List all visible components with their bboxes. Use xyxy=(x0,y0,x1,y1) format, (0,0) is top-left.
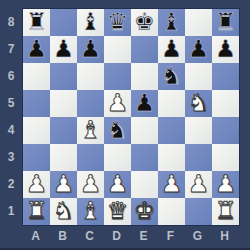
file-label-d: D xyxy=(103,226,130,246)
square-h5[interactable] xyxy=(212,90,239,117)
file-labels: ABCDEFGH xyxy=(22,226,238,246)
chess-board: ♜♝♛♚♝♜♟♟♟♟♟♟♞♟♟♞♝♞♟♟♟♟♟♟♟♜♞♝♛♚♜ xyxy=(22,8,240,226)
white-pawn-piece: ♟ xyxy=(107,171,129,198)
black-pawn-piece: ♟ xyxy=(188,36,210,63)
square-c8[interactable]: ♝ xyxy=(77,9,104,36)
square-c1[interactable]: ♝ xyxy=(77,198,104,225)
square-h8[interactable]: ♜ xyxy=(212,9,239,36)
white-rook-piece: ♜ xyxy=(26,198,48,225)
square-g5[interactable]: ♞ xyxy=(185,90,212,117)
square-g3[interactable] xyxy=(185,144,212,171)
square-c4[interactable]: ♝ xyxy=(77,117,104,144)
white-queen-piece: ♛ xyxy=(107,198,129,225)
rank-label-6: 6 xyxy=(0,62,22,89)
white-rook-piece: ♜ xyxy=(215,198,237,225)
square-f1[interactable] xyxy=(158,198,185,225)
black-king-piece: ♚ xyxy=(134,9,156,36)
black-knight-piece: ♞ xyxy=(161,63,183,90)
square-e4[interactable] xyxy=(131,117,158,144)
white-pawn-piece: ♟ xyxy=(107,90,129,117)
square-b2[interactable]: ♟ xyxy=(50,171,77,198)
white-pawn-piece: ♟ xyxy=(26,171,48,198)
square-a5[interactable] xyxy=(23,90,50,117)
black-pawn-piece: ♟ xyxy=(53,36,75,63)
black-pawn-piece: ♟ xyxy=(215,36,237,63)
square-d7[interactable] xyxy=(104,36,131,63)
square-e5[interactable]: ♟ xyxy=(131,90,158,117)
square-f2[interactable]: ♟ xyxy=(158,171,185,198)
square-g7[interactable]: ♟ xyxy=(185,36,212,63)
square-c7[interactable]: ♟ xyxy=(77,36,104,63)
square-d1[interactable]: ♛ xyxy=(104,198,131,225)
file-label-e: E xyxy=(130,226,157,246)
rank-label-7: 7 xyxy=(0,35,22,62)
square-a7[interactable]: ♟ xyxy=(23,36,50,63)
square-h3[interactable] xyxy=(212,144,239,171)
file-label-c: C xyxy=(76,226,103,246)
black-rook-piece: ♜ xyxy=(215,9,237,36)
square-g8[interactable] xyxy=(185,9,212,36)
file-label-b: B xyxy=(49,226,76,246)
white-pawn-piece: ♟ xyxy=(53,171,75,198)
white-bishop-piece: ♝ xyxy=(80,117,102,144)
square-h2[interactable]: ♟ xyxy=(212,171,239,198)
black-rook-piece: ♜ xyxy=(26,9,48,36)
square-g2[interactable]: ♟ xyxy=(185,171,212,198)
file-label-f: F xyxy=(157,226,184,246)
white-pawn-piece: ♟ xyxy=(161,171,183,198)
square-a3[interactable] xyxy=(23,144,50,171)
white-knight-piece: ♞ xyxy=(53,198,75,225)
square-d2[interactable]: ♟ xyxy=(104,171,131,198)
square-a1[interactable]: ♜ xyxy=(23,198,50,225)
black-bishop-piece: ♝ xyxy=(80,9,102,36)
square-c2[interactable]: ♟ xyxy=(77,171,104,198)
rank-label-8: 8 xyxy=(0,8,22,35)
square-d8[interactable]: ♛ xyxy=(104,9,131,36)
square-e8[interactable]: ♚ xyxy=(131,9,158,36)
square-f4[interactable] xyxy=(158,117,185,144)
square-a4[interactable] xyxy=(23,117,50,144)
white-king-piece: ♚ xyxy=(134,198,156,225)
square-d3[interactable] xyxy=(104,144,131,171)
white-pawn-piece: ♟ xyxy=(188,171,210,198)
square-e1[interactable]: ♚ xyxy=(131,198,158,225)
square-b4[interactable] xyxy=(50,117,77,144)
square-c3[interactable] xyxy=(77,144,104,171)
square-f5[interactable] xyxy=(158,90,185,117)
square-f6[interactable]: ♞ xyxy=(158,63,185,90)
file-label-h: H xyxy=(211,226,238,246)
rank-label-4: 4 xyxy=(0,116,22,143)
rank-label-1: 1 xyxy=(0,197,22,224)
square-e2[interactable] xyxy=(131,171,158,198)
square-a2[interactable]: ♟ xyxy=(23,171,50,198)
square-f7[interactable]: ♟ xyxy=(158,36,185,63)
square-b8[interactable] xyxy=(50,9,77,36)
square-d5[interactable]: ♟ xyxy=(104,90,131,117)
square-h7[interactable]: ♟ xyxy=(212,36,239,63)
square-b3[interactable] xyxy=(50,144,77,171)
square-a6[interactable] xyxy=(23,63,50,90)
square-e6[interactable] xyxy=(131,63,158,90)
square-c5[interactable] xyxy=(77,90,104,117)
square-e7[interactable] xyxy=(131,36,158,63)
square-h6[interactable] xyxy=(212,63,239,90)
rank-label-2: 2 xyxy=(0,170,22,197)
square-b5[interactable] xyxy=(50,90,77,117)
square-b6[interactable] xyxy=(50,63,77,90)
file-label-g: G xyxy=(184,226,211,246)
black-knight-piece: ♞ xyxy=(107,117,129,144)
white-pawn-piece: ♟ xyxy=(80,171,102,198)
rank-label-3: 3 xyxy=(0,143,22,170)
square-e3[interactable] xyxy=(131,144,158,171)
white-pawn-piece: ♟ xyxy=(215,171,237,198)
square-d4[interactable]: ♞ xyxy=(104,117,131,144)
black-queen-piece: ♛ xyxy=(107,9,129,36)
black-pawn-piece: ♟ xyxy=(134,90,156,117)
file-label-a: A xyxy=(22,226,49,246)
square-b7[interactable]: ♟ xyxy=(50,36,77,63)
chess-diagram: 87654321 ♜♝♛♚♝♜♟♟♟♟♟♟♞♟♟♞♝♞♟♟♟♟♟♟♟♜♞♝♛♚♜… xyxy=(0,0,250,250)
square-g1[interactable] xyxy=(185,198,212,225)
black-pawn-piece: ♟ xyxy=(26,36,48,63)
square-d6[interactable] xyxy=(104,63,131,90)
square-b1[interactable]: ♞ xyxy=(50,198,77,225)
black-pawn-piece: ♟ xyxy=(80,36,102,63)
square-f8[interactable]: ♝ xyxy=(158,9,185,36)
square-c6[interactable] xyxy=(77,63,104,90)
black-pawn-piece: ♟ xyxy=(161,36,183,63)
white-knight-piece: ♞ xyxy=(188,90,210,117)
square-a8[interactable]: ♜ xyxy=(23,9,50,36)
square-h1[interactable]: ♜ xyxy=(212,198,239,225)
rank-label-5: 5 xyxy=(0,89,22,116)
rank-labels: 87654321 xyxy=(0,8,22,224)
square-h4[interactable] xyxy=(212,117,239,144)
square-g6[interactable] xyxy=(185,63,212,90)
black-bishop-piece: ♝ xyxy=(161,9,183,36)
white-bishop-piece: ♝ xyxy=(80,198,102,225)
square-g4[interactable] xyxy=(185,117,212,144)
square-f3[interactable] xyxy=(158,144,185,171)
